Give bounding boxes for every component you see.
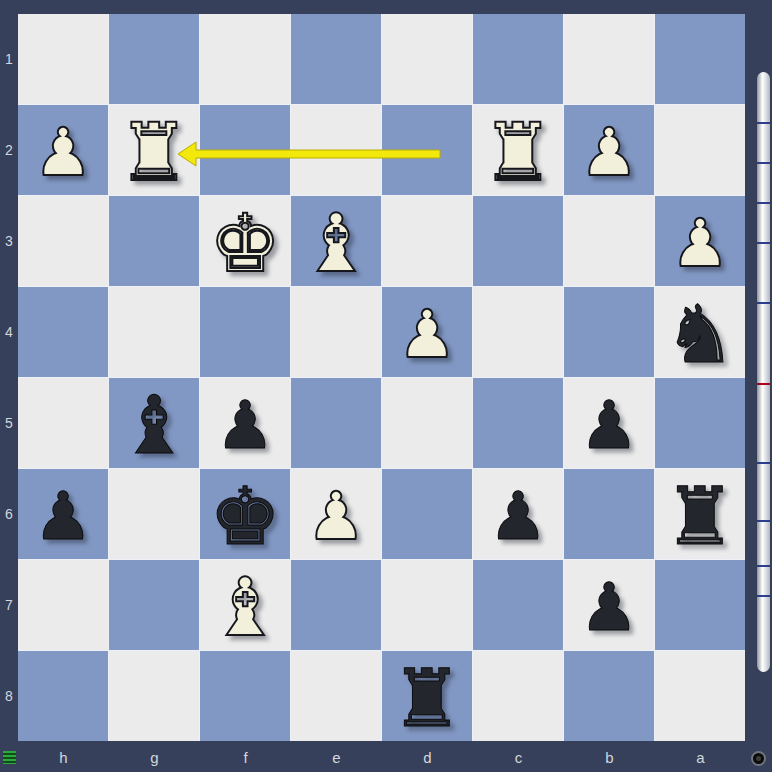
- square-e8[interactable]: [291, 651, 381, 741]
- square-g1[interactable]: [109, 14, 199, 104]
- white-pawn-h2[interactable]: ♟: [33, 120, 92, 186]
- scrollbar-tick: [757, 122, 770, 124]
- chess-board: ♟♜♜♟♚♝♟♟♞♝♟♟♟♚♟♟♜♝♟♜: [18, 14, 745, 741]
- scrollbar-tick: [757, 202, 770, 204]
- black-pawn-c6[interactable]: ♟: [488, 484, 547, 550]
- square-h2[interactable]: ♟: [18, 105, 108, 195]
- file-label-f: f: [200, 747, 291, 769]
- file-label-a: a: [655, 747, 746, 769]
- white-rook-c2[interactable]: ♜: [482, 113, 554, 193]
- rank-label-5: 5: [0, 378, 18, 469]
- square-b1[interactable]: [564, 14, 654, 104]
- square-c3[interactable]: [473, 196, 563, 286]
- scrollbar-center-line: [757, 383, 770, 385]
- square-b3[interactable]: [564, 196, 654, 286]
- square-a2[interactable]: [655, 105, 745, 195]
- square-g5[interactable]: ♝: [109, 378, 199, 468]
- black-king-f6[interactable]: ♚: [209, 477, 281, 557]
- square-c5[interactable]: [473, 378, 563, 468]
- green-menu-icon[interactable]: [3, 751, 16, 764]
- scrollbar-tick: [757, 242, 770, 244]
- white-rook-g2[interactable]: ♜: [118, 113, 190, 193]
- rank-label-8: 8: [0, 651, 18, 742]
- file-label-e: e: [291, 747, 382, 769]
- file-label-g: g: [109, 747, 200, 769]
- black-pawn-h6[interactable]: ♟: [33, 484, 92, 550]
- square-a7[interactable]: [655, 560, 745, 650]
- square-e7[interactable]: [291, 560, 381, 650]
- square-f7[interactable]: ♝: [200, 560, 290, 650]
- black-bishop-g5[interactable]: ♝: [118, 386, 190, 466]
- rank-label-7: 7: [0, 560, 18, 651]
- square-h7[interactable]: [18, 560, 108, 650]
- square-e2[interactable]: [291, 105, 381, 195]
- square-a5[interactable]: [655, 378, 745, 468]
- square-h6[interactable]: ♟: [18, 469, 108, 559]
- square-g2[interactable]: ♜: [109, 105, 199, 195]
- square-b4[interactable]: [564, 287, 654, 377]
- square-a8[interactable]: [655, 651, 745, 741]
- square-f3[interactable]: ♚: [200, 196, 290, 286]
- white-pawn-e6[interactable]: ♟: [306, 484, 365, 550]
- square-f6[interactable]: ♚: [200, 469, 290, 559]
- square-c2[interactable]: ♜: [473, 105, 563, 195]
- black-pawn-b5[interactable]: ♟: [579, 393, 638, 459]
- square-a3[interactable]: ♟: [655, 196, 745, 286]
- square-c7[interactable]: [473, 560, 563, 650]
- square-b2[interactable]: ♟: [564, 105, 654, 195]
- record-icon-dot: [756, 756, 761, 761]
- square-a1[interactable]: [655, 14, 745, 104]
- black-knight-a4[interactable]: ♞: [664, 295, 736, 375]
- chess-board-panel: ♟♜♜♟♚♝♟♟♞♝♟♟♟♚♟♟♜♝♟♜ 12345678 hgfedcba: [0, 0, 772, 772]
- scrollbar-tick: [757, 162, 770, 164]
- scrollbar-track[interactable]: [755, 0, 772, 772]
- rank-label-2: 2: [0, 105, 18, 196]
- square-c4[interactable]: [473, 287, 563, 377]
- square-h5[interactable]: [18, 378, 108, 468]
- scrollbar-tick: [757, 565, 770, 567]
- square-g6[interactable]: [109, 469, 199, 559]
- square-b8[interactable]: [564, 651, 654, 741]
- square-e5[interactable]: [291, 378, 381, 468]
- square-a4[interactable]: ♞: [655, 287, 745, 377]
- white-pawn-a3[interactable]: ♟: [670, 211, 729, 277]
- square-f2[interactable]: [200, 105, 290, 195]
- square-h1[interactable]: [18, 14, 108, 104]
- square-e4[interactable]: [291, 287, 381, 377]
- scrollbar-thumb[interactable]: [757, 72, 770, 672]
- square-b6[interactable]: [564, 469, 654, 559]
- rank-label-6: 6: [0, 469, 18, 560]
- black-rook-a6[interactable]: ♜: [664, 477, 736, 557]
- scrollbar-tick: [757, 520, 770, 522]
- square-f1[interactable]: [200, 14, 290, 104]
- square-b5[interactable]: ♟: [564, 378, 654, 468]
- square-d3[interactable]: [382, 196, 472, 286]
- square-h8[interactable]: [18, 651, 108, 741]
- square-d5[interactable]: [382, 378, 472, 468]
- file-label-b: b: [564, 747, 655, 769]
- square-d6[interactable]: [382, 469, 472, 559]
- file-label-d: d: [382, 747, 473, 769]
- black-rook-d8[interactable]: ♜: [391, 659, 463, 739]
- square-b7[interactable]: ♟: [564, 560, 654, 650]
- square-d2[interactable]: [382, 105, 472, 195]
- square-d1[interactable]: [382, 14, 472, 104]
- white-bishop-e3[interactable]: ♝: [300, 204, 372, 284]
- scrollbar-tick: [757, 595, 770, 597]
- file-label-c: c: [473, 747, 564, 769]
- record-icon[interactable]: [751, 751, 766, 766]
- square-g8[interactable]: [109, 651, 199, 741]
- white-pawn-b2[interactable]: ♟: [579, 120, 638, 186]
- black-pawn-b7[interactable]: ♟: [579, 575, 638, 641]
- square-h3[interactable]: [18, 196, 108, 286]
- square-g3[interactable]: [109, 196, 199, 286]
- file-label-h: h: [18, 747, 109, 769]
- rank-label-4: 4: [0, 287, 18, 378]
- square-a6[interactable]: ♜: [655, 469, 745, 559]
- scrollbar-tick: [757, 302, 770, 304]
- white-bishop-f7[interactable]: ♝: [209, 568, 281, 648]
- square-f5[interactable]: ♟: [200, 378, 290, 468]
- square-h4[interactable]: [18, 287, 108, 377]
- rank-label-1: 1: [0, 14, 18, 105]
- scrollbar-tick: [757, 462, 770, 464]
- square-g7[interactable]: [109, 560, 199, 650]
- white-pawn-d4[interactable]: ♟: [397, 302, 456, 368]
- square-f4[interactable]: [200, 287, 290, 377]
- square-e1[interactable]: [291, 14, 381, 104]
- square-f8[interactable]: [200, 651, 290, 741]
- square-c6[interactable]: ♟: [473, 469, 563, 559]
- square-d8[interactable]: ♜: [382, 651, 472, 741]
- black-pawn-f5[interactable]: ♟: [215, 393, 274, 459]
- square-d7[interactable]: [382, 560, 472, 650]
- white-king-f3[interactable]: ♚: [209, 204, 281, 284]
- square-c8[interactable]: [473, 651, 563, 741]
- square-d4[interactable]: ♟: [382, 287, 472, 377]
- square-e6[interactable]: ♟: [291, 469, 381, 559]
- square-e3[interactable]: ♝: [291, 196, 381, 286]
- rank-label-3: 3: [0, 196, 18, 287]
- square-c1[interactable]: [473, 14, 563, 104]
- square-g4[interactable]: [109, 287, 199, 377]
